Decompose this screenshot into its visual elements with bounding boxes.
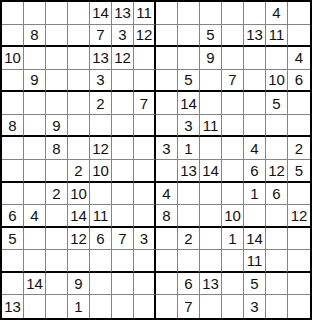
cell-r5c10[interactable] — [200, 92, 222, 115]
cell-r1c8[interactable] — [156, 2, 178, 25]
cell-r10c9[interactable] — [178, 205, 200, 228]
cell-r14c6[interactable] — [112, 295, 134, 318]
cell-r3c10[interactable]: 9 — [200, 47, 222, 70]
cell-r8c12[interactable]: 6 — [244, 160, 266, 183]
cell-r2c13[interactable]: 11 — [266, 25, 288, 48]
cell-r1c1[interactable] — [2, 2, 24, 25]
cell-r13c5[interactable] — [90, 273, 112, 296]
cell-r2c5[interactable]: 7 — [90, 25, 112, 48]
cell-r7c2[interactable] — [24, 137, 46, 160]
cell-r3c14[interactable]: 4 — [288, 47, 310, 70]
cell-r13c10[interactable]: 13 — [200, 273, 222, 296]
cell-r3c8[interactable] — [156, 47, 178, 70]
cell-r13c4[interactable]: 9 — [68, 273, 90, 296]
cell-r1c12[interactable] — [244, 2, 266, 25]
cell-r4c3[interactable] — [46, 70, 68, 93]
cell-r7c9[interactable]: 1 — [178, 137, 200, 160]
cell-r10c3[interactable] — [46, 205, 68, 228]
cell-r6c11[interactable] — [222, 115, 244, 138]
cell-r10c13[interactable] — [266, 205, 288, 228]
cell-r10c5[interactable]: 11 — [90, 205, 112, 228]
cell-r4c7[interactable] — [134, 70, 156, 93]
cell-r7c5[interactable]: 12 — [90, 137, 112, 160]
cell-r6c13[interactable] — [266, 115, 288, 138]
cell-r1c11[interactable] — [222, 2, 244, 25]
cell-r7c8[interactable]: 3 — [156, 137, 178, 160]
cell-r14c4[interactable]: 1 — [68, 295, 90, 318]
cell-r10c8[interactable]: 8 — [156, 205, 178, 228]
cell-r3c1[interactable]: 10 — [2, 47, 24, 70]
cell-r14c14[interactable] — [288, 295, 310, 318]
cell-r1c2[interactable] — [24, 2, 46, 25]
cell-r10c1[interactable]: 6 — [2, 205, 24, 228]
cell-r12c10[interactable] — [200, 250, 222, 273]
cell-r2c10[interactable]: 5 — [200, 25, 222, 48]
cell-r2c3[interactable] — [46, 25, 68, 48]
cell-r7c12[interactable]: 4 — [244, 137, 266, 160]
cell-r5c12[interactable] — [244, 92, 266, 115]
cell-r4c11[interactable]: 7 — [222, 70, 244, 93]
cell-r8c14[interactable]: 5 — [288, 160, 310, 183]
cell-r4c5[interactable]: 3 — [90, 70, 112, 93]
cell-r13c12[interactable]: 5 — [244, 273, 266, 296]
cell-r11c9[interactable]: 2 — [178, 228, 200, 251]
cell-r6c6[interactable] — [112, 115, 134, 138]
cell-r8c4[interactable]: 2 — [68, 160, 90, 183]
cell-r12c5[interactable] — [90, 250, 112, 273]
cell-r4c13[interactable]: 10 — [266, 70, 288, 93]
sudoku-board: 1413114873125131110131294935710627145893… — [0, 0, 312, 320]
cell-r7c1[interactable] — [2, 137, 24, 160]
cell-r14c5[interactable] — [90, 295, 112, 318]
cell-r8c9[interactable]: 13 — [178, 160, 200, 183]
cell-r10c4[interactable]: 14 — [68, 205, 90, 228]
cell-r7c4[interactable] — [68, 137, 90, 160]
cell-r4c10[interactable] — [200, 70, 222, 93]
cell-r11c3[interactable] — [46, 228, 68, 251]
cell-r14c7[interactable] — [134, 295, 156, 318]
cell-r4c14[interactable]: 6 — [288, 70, 310, 93]
cell-r13c1[interactable] — [2, 273, 24, 296]
cell-r1c5[interactable]: 14 — [90, 2, 112, 25]
cell-r6c14[interactable] — [288, 115, 310, 138]
cell-r12c8[interactable] — [156, 250, 178, 273]
cell-r10c2[interactable]: 4 — [24, 205, 46, 228]
cell-r8c13[interactable]: 12 — [266, 160, 288, 183]
cell-r6c12[interactable] — [244, 115, 266, 138]
cell-r12c11[interactable] — [222, 250, 244, 273]
cell-r13c14[interactable] — [288, 273, 310, 296]
cell-r5c11[interactable] — [222, 92, 244, 115]
cell-r5c14[interactable] — [288, 92, 310, 115]
cell-r12c2[interactable] — [24, 250, 46, 273]
cell-r4c8[interactable] — [156, 70, 178, 93]
cell-r5c3[interactable] — [46, 92, 68, 115]
cell-r4c2[interactable]: 9 — [24, 70, 46, 93]
cell-r8c10[interactable]: 14 — [200, 160, 222, 183]
cell-r9c8[interactable]: 4 — [156, 183, 178, 206]
cell-r9c7[interactable] — [134, 183, 156, 206]
cell-r3c7[interactable] — [134, 47, 156, 70]
cell-r8c7[interactable] — [134, 160, 156, 183]
cell-r2c12[interactable]: 13 — [244, 25, 266, 48]
cell-r8c6[interactable] — [112, 160, 134, 183]
cell-r12c3[interactable] — [46, 250, 68, 273]
cell-r1c4[interactable] — [68, 2, 90, 25]
cell-r3c11[interactable] — [222, 47, 244, 70]
cell-r12c6[interactable] — [112, 250, 134, 273]
cell-r6c2[interactable] — [24, 115, 46, 138]
cell-r9c12[interactable]: 1 — [244, 183, 266, 206]
cell-r5c6[interactable] — [112, 92, 134, 115]
cell-r5c2[interactable] — [24, 92, 46, 115]
cell-r13c3[interactable] — [46, 273, 68, 296]
cell-r14c9[interactable]: 7 — [178, 295, 200, 318]
cell-r1c9[interactable] — [178, 2, 200, 25]
cell-r2c4[interactable] — [68, 25, 90, 48]
cell-r13c13[interactable] — [266, 273, 288, 296]
cell-r5c5[interactable]: 2 — [90, 92, 112, 115]
cell-r12c4[interactable] — [68, 250, 90, 273]
cell-r6c4[interactable] — [68, 115, 90, 138]
cell-r11c8[interactable] — [156, 228, 178, 251]
cell-r3c12[interactable] — [244, 47, 266, 70]
cell-r11c7[interactable]: 3 — [134, 228, 156, 251]
cell-r7c7[interactable] — [134, 137, 156, 160]
cell-r10c10[interactable] — [200, 205, 222, 228]
cell-r7c14[interactable]: 2 — [288, 137, 310, 160]
cell-r6c7[interactable] — [134, 115, 156, 138]
cell-r1c10[interactable] — [200, 2, 222, 25]
cell-r12c1[interactable] — [2, 250, 24, 273]
cell-r6c8[interactable] — [156, 115, 178, 138]
cell-r4c6[interactable] — [112, 70, 134, 93]
cell-r10c6[interactable] — [112, 205, 134, 228]
cell-r11c14[interactable] — [288, 228, 310, 251]
cell-r3c5[interactable]: 13 — [90, 47, 112, 70]
cell-r5c1[interactable] — [2, 92, 24, 115]
cell-r5c4[interactable] — [68, 92, 90, 115]
cell-r7c13[interactable] — [266, 137, 288, 160]
cell-r6c10[interactable]: 11 — [200, 115, 222, 138]
cell-r11c1[interactable]: 5 — [2, 228, 24, 251]
cell-r3c6[interactable]: 12 — [112, 47, 134, 70]
cell-r9c1[interactable] — [2, 183, 24, 206]
cell-r11c12[interactable]: 14 — [244, 228, 266, 251]
cell-r9c4[interactable]: 10 — [68, 183, 90, 206]
cell-r2c7[interactable]: 12 — [134, 25, 156, 48]
cell-r11c11[interactable]: 1 — [222, 228, 244, 251]
cell-r12c7[interactable] — [134, 250, 156, 273]
cell-r8c1[interactable] — [2, 160, 24, 183]
cell-r14c8[interactable] — [156, 295, 178, 318]
cell-r11c5[interactable]: 6 — [90, 228, 112, 251]
cell-r14c11[interactable] — [222, 295, 244, 318]
cell-r10c14[interactable]: 12 — [288, 205, 310, 228]
cell-r11c4[interactable]: 12 — [68, 228, 90, 251]
cell-r1c13[interactable]: 4 — [266, 2, 288, 25]
cell-r11c2[interactable] — [24, 228, 46, 251]
cell-r2c9[interactable] — [178, 25, 200, 48]
cell-r1c7[interactable]: 11 — [134, 2, 156, 25]
cell-r5c8[interactable] — [156, 92, 178, 115]
cell-r2c2[interactable]: 8 — [24, 25, 46, 48]
cell-r7c3[interactable]: 8 — [46, 137, 68, 160]
cell-r13c2[interactable]: 14 — [24, 273, 46, 296]
cell-r2c11[interactable] — [222, 25, 244, 48]
cell-r4c9[interactable]: 5 — [178, 70, 200, 93]
cell-r2c14[interactable] — [288, 25, 310, 48]
cell-r9c14[interactable] — [288, 183, 310, 206]
cell-r3c13[interactable] — [266, 47, 288, 70]
cell-r14c1[interactable]: 13 — [2, 295, 24, 318]
cell-r7c6[interactable] — [112, 137, 134, 160]
cell-r7c10[interactable] — [200, 137, 222, 160]
cell-r2c8[interactable] — [156, 25, 178, 48]
cell-r2c1[interactable] — [2, 25, 24, 48]
cell-r13c7[interactable] — [134, 273, 156, 296]
cell-r14c12[interactable]: 3 — [244, 295, 266, 318]
cell-r5c7[interactable]: 7 — [134, 92, 156, 115]
cell-r4c12[interactable] — [244, 70, 266, 93]
cell-r12c9[interactable] — [178, 250, 200, 273]
cell-r5c13[interactable]: 5 — [266, 92, 288, 115]
cell-r14c13[interactable] — [266, 295, 288, 318]
cell-r8c3[interactable] — [46, 160, 68, 183]
cell-r8c5[interactable]: 10 — [90, 160, 112, 183]
cell-r11c13[interactable] — [266, 228, 288, 251]
cell-r2c6[interactable]: 3 — [112, 25, 134, 48]
cell-r14c3[interactable] — [46, 295, 68, 318]
cell-r3c2[interactable] — [24, 47, 46, 70]
cell-r10c12[interactable] — [244, 205, 266, 228]
cell-r14c10[interactable] — [200, 295, 222, 318]
cell-r1c3[interactable] — [46, 2, 68, 25]
cell-r6c3[interactable]: 9 — [46, 115, 68, 138]
cell-r9c3[interactable]: 2 — [46, 183, 68, 206]
cell-r8c11[interactable] — [222, 160, 244, 183]
cell-r3c3[interactable] — [46, 47, 68, 70]
cell-r6c9[interactable]: 3 — [178, 115, 200, 138]
cell-r3c9[interactable] — [178, 47, 200, 70]
cell-r5c9[interactable]: 14 — [178, 92, 200, 115]
cell-r9c10[interactable] — [200, 183, 222, 206]
cell-r6c1[interactable]: 8 — [2, 115, 24, 138]
cell-r13c6[interactable] — [112, 273, 134, 296]
cell-r12c13[interactable] — [266, 250, 288, 273]
cell-r9c11[interactable] — [222, 183, 244, 206]
cell-r8c2[interactable] — [24, 160, 46, 183]
cell-r6c5[interactable] — [90, 115, 112, 138]
cell-r4c4[interactable] — [68, 70, 90, 93]
cell-r3c4[interactable] — [68, 47, 90, 70]
cell-r12c12[interactable]: 11 — [244, 250, 266, 273]
cell-r9c5[interactable] — [90, 183, 112, 206]
cell-r10c11[interactable]: 10 — [222, 205, 244, 228]
cell-r9c9[interactable] — [178, 183, 200, 206]
cell-r13c8[interactable] — [156, 273, 178, 296]
cell-r13c9[interactable]: 6 — [178, 273, 200, 296]
cell-r13c11[interactable] — [222, 273, 244, 296]
cell-r4c1[interactable] — [2, 70, 24, 93]
cell-r10c7[interactable] — [134, 205, 156, 228]
cell-r8c8[interactable] — [156, 160, 178, 183]
cell-r1c6[interactable]: 13 — [112, 2, 134, 25]
cell-r11c10[interactable] — [200, 228, 222, 251]
cell-r9c2[interactable] — [24, 183, 46, 206]
cell-r14c2[interactable] — [24, 295, 46, 318]
cell-r1c14[interactable] — [288, 2, 310, 25]
cell-r12c14[interactable] — [288, 250, 310, 273]
cell-r9c13[interactable]: 6 — [266, 183, 288, 206]
cell-r11c6[interactable]: 7 — [112, 228, 134, 251]
cell-r7c11[interactable] — [222, 137, 244, 160]
cell-r9c6[interactable] — [112, 183, 134, 206]
